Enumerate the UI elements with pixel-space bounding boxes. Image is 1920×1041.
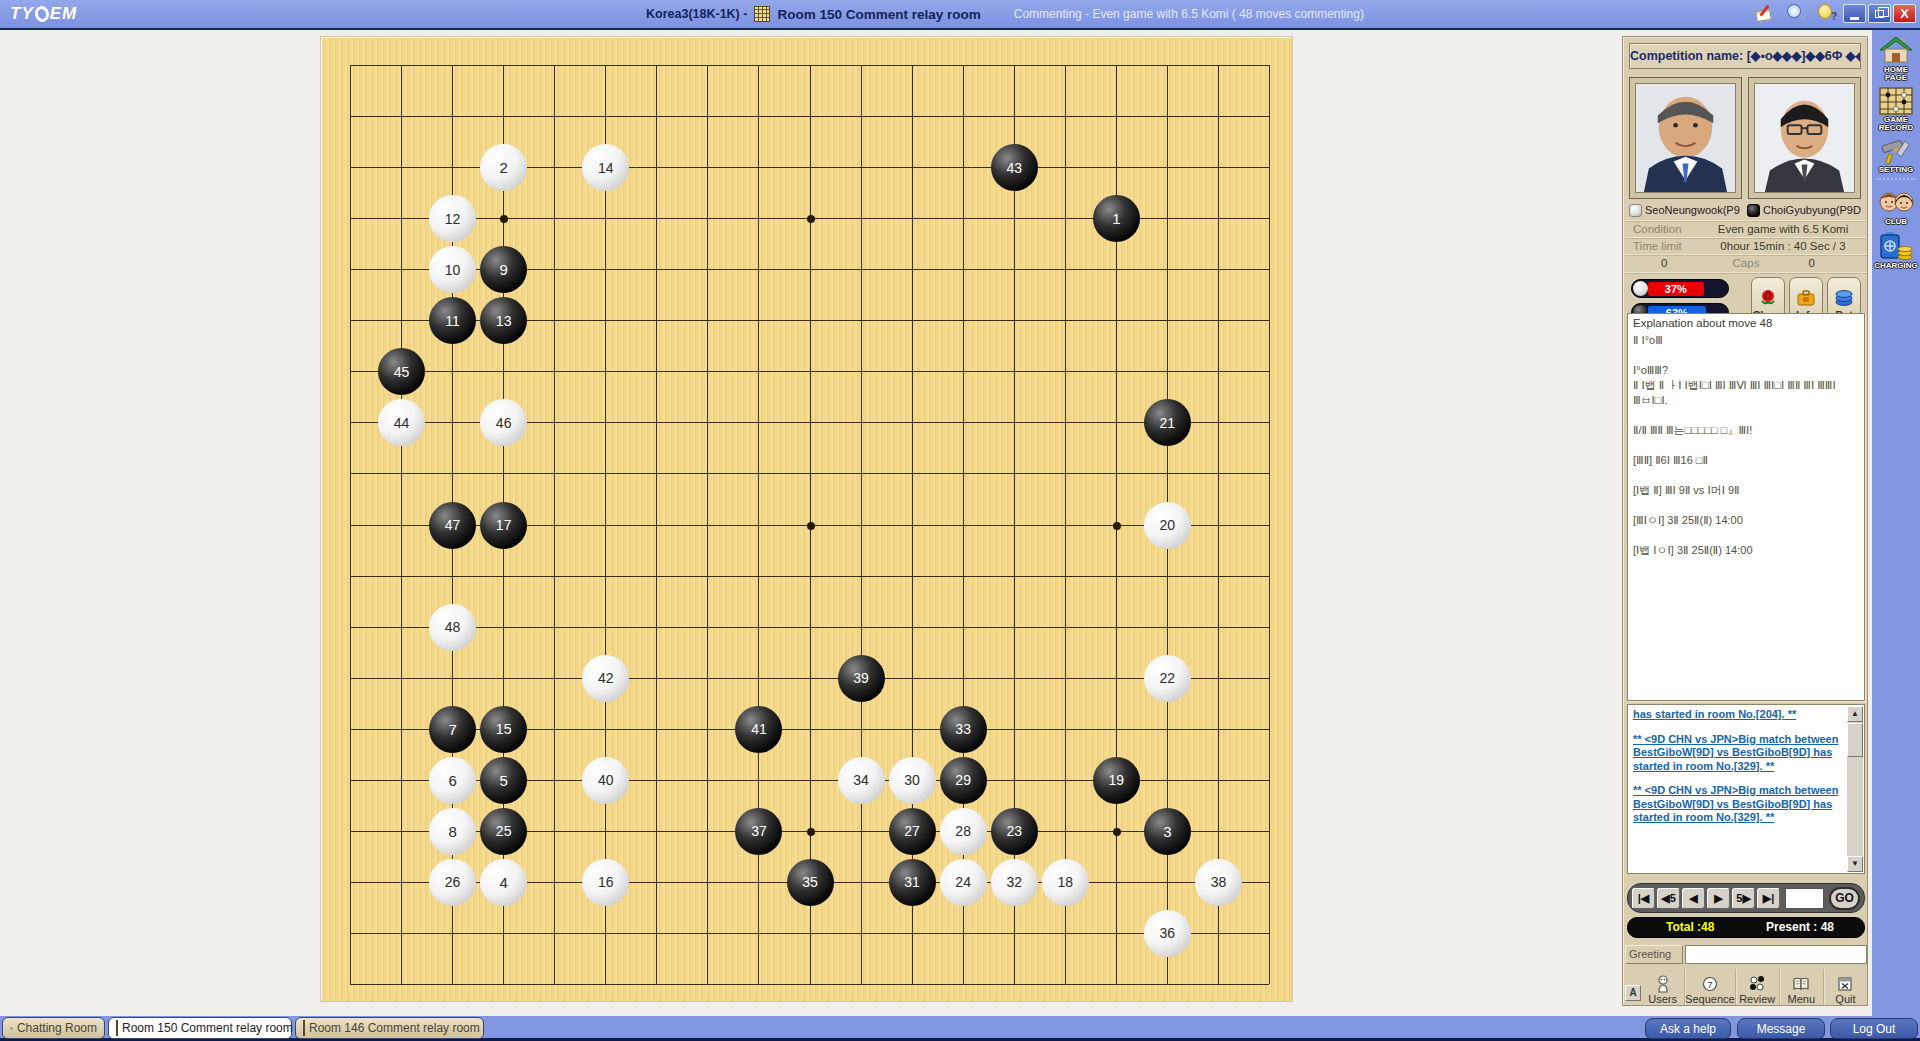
total-moves: Total :48 xyxy=(1666,918,1714,937)
menu-button[interactable]: Menu xyxy=(1779,969,1823,1005)
stone-17: 17 xyxy=(480,502,527,549)
tygem-logo: TYEM xyxy=(10,4,77,24)
explanation-line xyxy=(1633,408,1859,423)
room-status: Commenting - Even game with 6.5 Komi ( 4… xyxy=(1014,7,1364,21)
nav-forward-button[interactable]: ▶ xyxy=(1707,888,1730,909)
stone-15: 15 xyxy=(480,706,527,753)
ask-help-button[interactable]: Ask a help xyxy=(1645,1018,1731,1039)
setting-button[interactable]: SETTING xyxy=(1872,132,1920,174)
explanation-box: Explanation about move 48 Ⅱ Ⅰ°oⅢⅠ°oⅢⅢ?Ⅱ … xyxy=(1627,313,1865,701)
go-button[interactable]: GO xyxy=(1829,887,1860,910)
stone-21: 21 xyxy=(1144,399,1191,446)
black-player-name: ChoiGyubyung(P9D xyxy=(1763,204,1861,216)
stone-45: 45 xyxy=(378,348,425,395)
present-move: Present : 48 xyxy=(1766,918,1834,937)
time-limit-value: 0hour 15min : 40 Sec / 3 xyxy=(1703,240,1863,252)
go-board-grid[interactable]: 1234567891011121314151617181920212223242… xyxy=(350,65,1269,984)
move-number-input[interactable] xyxy=(1785,888,1824,909)
homepage-button[interactable]: HOME PAGE xyxy=(1872,30,1920,82)
scroll-up-icon[interactable]: ▲ xyxy=(1847,706,1863,722)
star-point xyxy=(807,522,815,530)
explanation-line: [ⅢⅠㅇⅠ] 3Ⅱ 25Ⅱ(Ⅱ) 14:00 xyxy=(1633,513,1859,528)
stone-23: 23 xyxy=(991,808,1038,855)
player-photo-white xyxy=(1629,77,1742,199)
star-point xyxy=(807,828,815,836)
nav-last-button[interactable]: ▶| xyxy=(1757,888,1780,909)
explanation-lines: Ⅱ Ⅰ°oⅢⅠ°oⅢⅢ?Ⅱ Ⅰ뱁 Ⅱ ㅏⅠ Ⅰ뱁Ⅰ□Ⅰ ⅢⅠ ⅢⅥ ⅢⅠ ⅢⅠ□… xyxy=(1633,333,1859,558)
black-stone-icon xyxy=(1747,204,1760,217)
stone-40: 40 xyxy=(582,757,629,804)
bottom-tab-bar: Chatting Room Room 150 Comment relay roo… xyxy=(0,1016,1920,1041)
white-player-name: SeoNeungwook(P9 xyxy=(1645,204,1740,216)
news-link[interactable]: has started in room No.[204]. ** xyxy=(1633,708,1844,722)
search-icon[interactable] xyxy=(1785,3,1809,25)
stone-46: 46 xyxy=(480,399,527,446)
title-bar: TYEM Korea3(18K-1K) - Room 150 Comment r… xyxy=(0,0,1920,30)
quit-icon xyxy=(1837,975,1853,993)
logo-text-left: TY xyxy=(10,4,34,24)
time-limit-label: Time limit xyxy=(1633,240,1682,252)
move-counter-bar: Total :48 Present : 48 xyxy=(1627,917,1865,938)
white-winrate-fill: 37% xyxy=(1648,282,1704,296)
coins-icon xyxy=(1834,289,1854,307)
house-icon xyxy=(10,1022,13,1035)
nav-back5-button[interactable]: ◀5 xyxy=(1657,888,1680,909)
stone-9: 9 xyxy=(480,246,527,293)
menu-icon xyxy=(1792,975,1810,993)
scroll-thumb[interactable] xyxy=(1847,723,1863,757)
font-size-button[interactable]: A xyxy=(1625,985,1641,1001)
stone-34: 34 xyxy=(838,757,885,804)
stone-28: 28 xyxy=(940,808,987,855)
stone-27: 27 xyxy=(889,808,936,855)
logout-button[interactable]: Log Out xyxy=(1830,1018,1918,1039)
stone-29: 29 xyxy=(940,757,987,804)
board-icon xyxy=(303,1020,305,1036)
board-icon xyxy=(754,6,770,22)
review-icon xyxy=(1749,975,1765,993)
star-point xyxy=(1113,522,1121,530)
help-bulb-icon[interactable]: ? xyxy=(1816,3,1840,25)
news-box: has started in room No.[204]. ** ** <9D … xyxy=(1627,704,1865,874)
stone-6: 6 xyxy=(429,757,476,804)
sequence-icon: 7 xyxy=(1702,975,1718,993)
news-scrollbar[interactable]: ▲ ▼ xyxy=(1847,706,1863,872)
explanation-line xyxy=(1633,348,1859,363)
stone-48: 48 xyxy=(429,604,476,651)
stone-35: 35 xyxy=(787,859,834,906)
white-player-name-row: SeoNeungwook(P9 xyxy=(1629,202,1744,218)
stone-12: 12 xyxy=(429,195,476,242)
explanation-line xyxy=(1633,468,1859,483)
quit-button[interactable]: Quit xyxy=(1823,969,1867,1005)
globe-icon xyxy=(33,4,51,24)
stone-14: 14 xyxy=(582,144,629,191)
charging-button[interactable]: CHARGING xyxy=(1872,226,1920,270)
explanation-line: [ⅢⅡ] Ⅱ6Ⅰ Ⅲ16 □Ⅱ xyxy=(1633,453,1859,468)
message-button[interactable]: Message xyxy=(1737,1018,1825,1039)
briefcase-icon xyxy=(1796,289,1816,307)
stone-1: 1 xyxy=(1093,195,1140,242)
scroll-down-icon[interactable]: ▼ xyxy=(1847,856,1863,872)
club-icon xyxy=(1878,189,1914,217)
stone-42: 42 xyxy=(582,655,629,702)
condition-value: Even game with 6.5 Komi xyxy=(1703,223,1863,235)
star-point xyxy=(500,215,508,223)
stone-25: 25 xyxy=(480,808,527,855)
logo-text-right: EM xyxy=(50,4,78,24)
explanation-line: [Ⅰ뱁 ⅠㅇⅠ] 3Ⅱ 25Ⅱ(Ⅱ) 14:00 xyxy=(1633,543,1859,558)
caps-black-value: 0 xyxy=(1809,257,1815,269)
time-limit-row: Time limit 0hour 15min : 40 Sec / 3 xyxy=(1625,238,1867,254)
minimize-button[interactable] xyxy=(1843,4,1866,23)
avatar-black-player xyxy=(1754,83,1855,193)
greeting-label: Greeting xyxy=(1625,945,1683,964)
board-icon xyxy=(116,1020,118,1036)
setting-icon xyxy=(1879,137,1913,165)
strip-divider xyxy=(1876,178,1916,180)
stone-18: 18 xyxy=(1042,859,1089,906)
explanation-line: Ⅱ/Ⅱ ⅢⅡ Ⅲ는□□□□□ □』ⅢⅠ! xyxy=(1633,423,1859,438)
stone-20: 20 xyxy=(1144,502,1191,549)
close-button[interactable]: X xyxy=(1893,4,1916,23)
restore-button[interactable] xyxy=(1868,4,1891,23)
greeting-input[interactable] xyxy=(1685,945,1867,964)
game-info-panel: Competition name: [◆▪o◆◆◆]◆◆6Ф ◆◆◆ xyxy=(1622,36,1868,1006)
tab-chatting-room[interactable]: Chatting Room xyxy=(2,1017,105,1039)
nav-back-button[interactable]: ◀ xyxy=(1682,888,1705,909)
avatar-white-player xyxy=(1635,83,1736,193)
club-button[interactable]: CLUB xyxy=(1872,184,1920,226)
explanation-line xyxy=(1633,498,1859,513)
stone-33: 33 xyxy=(940,706,987,753)
users-icon xyxy=(1655,975,1671,993)
stone-44: 44 xyxy=(378,399,425,446)
window-title: Korea3(18K-1K) - Room 150 Comment relay … xyxy=(646,0,1364,28)
stone-36: 36 xyxy=(1144,910,1191,957)
condition-label: Condition xyxy=(1633,223,1682,235)
tab-room-146[interactable]: Room 146 Comment relay room xyxy=(295,1017,484,1039)
star-point xyxy=(807,215,815,223)
condition-row: Condition Even game with 6.5 Komi xyxy=(1625,221,1867,237)
white-stone-icon xyxy=(1629,204,1642,217)
competition-name: Competition name: [◆▪o◆◆◆]◆◆6Ф ◆◆◆ xyxy=(1629,43,1861,69)
white-ball-icon xyxy=(1633,281,1648,296)
explanation-line: Ⅰ°oⅢⅢ? xyxy=(1633,363,1859,378)
sequence-button[interactable]: 7 Sequence xyxy=(1684,969,1735,1005)
stone-3: 3 xyxy=(1144,808,1191,855)
explanation-line: ⅢㅂⅠ□Ⅰ. xyxy=(1633,393,1859,408)
game-record-icon xyxy=(1879,87,1913,115)
stone-2: 2 xyxy=(480,144,527,191)
caps-label: Caps xyxy=(1625,257,1867,269)
room-title: Room 150 Comment relay room xyxy=(777,7,980,22)
stone-4: 4 xyxy=(480,859,527,906)
stone-5: 5 xyxy=(480,757,527,804)
explanation-line: [Ⅰ뱁 Ⅱ] ⅢⅠ 9Ⅱ vs Ⅰ머Ⅰ 9Ⅱ xyxy=(1633,483,1859,498)
news-link[interactable]: ** <9D CHN vs JPN>Big match between Best… xyxy=(1633,733,1844,774)
room-toolbar: Users 7 Sequence Review xyxy=(1641,969,1867,1005)
nav-forward5-button[interactable]: 5▶ xyxy=(1732,888,1755,909)
stone-7: 7 xyxy=(429,706,476,753)
server-label: Korea3(18K-1K) - xyxy=(646,7,747,21)
home-icon xyxy=(1878,35,1914,65)
stone-13: 13 xyxy=(480,297,527,344)
stone-22: 22 xyxy=(1144,655,1191,702)
go-board-panel: 1234567891011121314151617181920212223242… xyxy=(320,36,1293,1002)
svg-text:7: 7 xyxy=(1707,980,1712,990)
users-button[interactable]: Users xyxy=(1641,969,1684,1005)
stone-24: 24 xyxy=(940,859,987,906)
nav-first-button[interactable]: |◀ xyxy=(1632,888,1655,909)
stone-8: 8 xyxy=(429,808,476,855)
explanation-line: Ⅱ Ⅰ뱁 Ⅱ ㅏⅠ Ⅰ뱁Ⅰ□Ⅰ ⅢⅠ ⅢⅥ ⅢⅠ ⅢⅠ□Ⅰ ⅢⅡ ⅢⅠ ⅢⅢⅠ xyxy=(1633,378,1859,393)
stone-31: 31 xyxy=(889,859,936,906)
player-photo-black xyxy=(1748,77,1861,199)
side-menu-strip: HOME PAGE GAME RECORD SETTING xyxy=(1872,30,1920,1016)
black-player-name-row: ChoiGyubyung(P9D xyxy=(1747,202,1862,218)
stone-32: 32 xyxy=(991,859,1038,906)
stone-39: 39 xyxy=(838,655,885,702)
rose-icon xyxy=(1758,289,1778,307)
caps-row: 0 Caps 0 xyxy=(1625,255,1867,271)
explanation-title: Explanation about move 48 xyxy=(1633,317,1859,329)
stone-10: 10 xyxy=(429,246,476,293)
explanation-line xyxy=(1633,438,1859,453)
stone-47: 47 xyxy=(429,502,476,549)
explanation-line: Ⅱ Ⅰ°oⅢ xyxy=(1633,333,1859,348)
white-winrate-bar: 37% xyxy=(1631,279,1729,298)
stone-26: 26 xyxy=(429,859,476,906)
stone-16: 16 xyxy=(582,859,629,906)
charging-icon xyxy=(1878,231,1914,261)
stone-19: 19 xyxy=(1093,757,1140,804)
move-navigation: |◀ ◀5 ◀ ▶ 5▶ ▶| GO xyxy=(1627,883,1865,913)
tab-room-150[interactable]: Room 150 Comment relay room xyxy=(108,1017,292,1039)
stone-11: 11 xyxy=(429,297,476,344)
stone-30: 30 xyxy=(889,757,936,804)
memo-icon[interactable] xyxy=(1754,3,1778,25)
news-link[interactable]: ** <9D CHN vs JPN>Big match between Best… xyxy=(1633,784,1844,825)
stone-41: 41 xyxy=(735,706,782,753)
stone-38: 38 xyxy=(1195,859,1242,906)
explanation-line xyxy=(1633,528,1859,543)
game-record-button[interactable]: GAME RECORD xyxy=(1872,82,1920,132)
stone-37: 37 xyxy=(735,808,782,855)
review-button[interactable]: Review xyxy=(1735,969,1779,1005)
star-point xyxy=(1113,828,1121,836)
stone-43: 43 xyxy=(991,144,1038,191)
greeting-row: Greeting xyxy=(1625,945,1867,965)
